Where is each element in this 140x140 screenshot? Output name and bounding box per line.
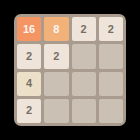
tile-16-r0c0: 16 xyxy=(17,17,41,41)
game-board[interactable]: 168222242 xyxy=(14,14,126,126)
tile-2-r1c1: 2 xyxy=(44,44,68,68)
empty-cell-r3c2 xyxy=(72,99,96,123)
tile-2-r0c3: 2 xyxy=(99,17,123,41)
screen: 168222242 xyxy=(0,0,140,140)
tile-8-r0c1: 8 xyxy=(44,17,68,41)
empty-cell-r3c1 xyxy=(44,99,68,123)
empty-cell-r2c1 xyxy=(44,72,68,96)
empty-cell-r1c2 xyxy=(72,44,96,68)
empty-cell-r2c3 xyxy=(99,72,123,96)
tile-2-r0c2: 2 xyxy=(72,17,96,41)
empty-cell-r2c2 xyxy=(72,72,96,96)
tile-2-r3c0: 2 xyxy=(17,99,41,123)
empty-cell-r1c3 xyxy=(99,44,123,68)
empty-cell-r3c3 xyxy=(99,99,123,123)
tile-4-r2c0: 4 xyxy=(17,72,41,96)
tile-2-r1c0: 2 xyxy=(17,44,41,68)
